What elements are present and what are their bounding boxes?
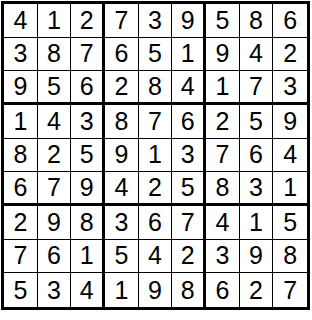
cell-r3c8[interactable]: 7	[240, 71, 274, 105]
cell-r4c7[interactable]: 2	[206, 105, 240, 139]
cell-r3c1[interactable]: 9	[4, 71, 38, 105]
cell-r3c7[interactable]: 1	[206, 71, 240, 105]
cell-r7c4[interactable]: 3	[105, 206, 139, 240]
cell-r1c8[interactable]: 8	[240, 4, 274, 38]
cell-r9c8[interactable]: 2	[240, 273, 274, 307]
cell-r5c4[interactable]: 9	[105, 139, 139, 173]
cell-r5c3[interactable]: 5	[71, 139, 105, 173]
cell-r6c3[interactable]: 9	[71, 172, 105, 206]
cell-r4c9[interactable]: 9	[273, 105, 307, 139]
cell-r8c2[interactable]: 6	[38, 240, 72, 274]
cell-r7c5[interactable]: 6	[139, 206, 173, 240]
cell-r1c9[interactable]: 6	[273, 4, 307, 38]
cell-r2c9[interactable]: 2	[273, 38, 307, 72]
cell-r6c2[interactable]: 7	[38, 172, 72, 206]
cell-r7c9[interactable]: 5	[273, 206, 307, 240]
cell-r6c4[interactable]: 4	[105, 172, 139, 206]
cell-r1c5[interactable]: 3	[139, 4, 173, 38]
cell-r5c6[interactable]: 3	[172, 139, 206, 173]
cell-r9c9[interactable]: 7	[273, 273, 307, 307]
cell-r8c7[interactable]: 3	[206, 240, 240, 274]
cell-r4c1[interactable]: 1	[4, 105, 38, 139]
cell-r5c1[interactable]: 8	[4, 139, 38, 173]
cell-r5c8[interactable]: 6	[240, 139, 274, 173]
cell-r2c7[interactable]: 9	[206, 38, 240, 72]
cell-r5c9[interactable]: 4	[273, 139, 307, 173]
cell-r5c7[interactable]: 7	[206, 139, 240, 173]
cell-r1c2[interactable]: 1	[38, 4, 72, 38]
cell-r1c7[interactable]: 5	[206, 4, 240, 38]
cell-r8c9[interactable]: 8	[273, 240, 307, 274]
cell-r4c8[interactable]: 5	[240, 105, 274, 139]
cell-r4c4[interactable]: 8	[105, 105, 139, 139]
cell-r9c2[interactable]: 3	[38, 273, 72, 307]
cell-r7c3[interactable]: 8	[71, 206, 105, 240]
cell-r5c2[interactable]: 2	[38, 139, 72, 173]
cell-r7c6[interactable]: 7	[172, 206, 206, 240]
cell-r6c6[interactable]: 5	[172, 172, 206, 206]
cell-r8c3[interactable]: 1	[71, 240, 105, 274]
cell-r9c4[interactable]: 1	[105, 273, 139, 307]
cell-r4c5[interactable]: 7	[139, 105, 173, 139]
cell-r3c6[interactable]: 4	[172, 71, 206, 105]
cell-r9c5[interactable]: 9	[139, 273, 173, 307]
cell-r4c2[interactable]: 4	[38, 105, 72, 139]
cell-r2c3[interactable]: 7	[71, 38, 105, 72]
cell-r3c3[interactable]: 6	[71, 71, 105, 105]
cell-r2c6[interactable]: 1	[172, 38, 206, 72]
cell-r3c4[interactable]: 2	[105, 71, 139, 105]
sudoku-board: 4127395863876519429562841731438762598259…	[1, 1, 310, 310]
cell-r6c8[interactable]: 3	[240, 172, 274, 206]
cell-r9c6[interactable]: 8	[172, 273, 206, 307]
cell-r3c9[interactable]: 3	[273, 71, 307, 105]
cell-r2c5[interactable]: 5	[139, 38, 173, 72]
cell-r7c8[interactable]: 1	[240, 206, 274, 240]
cell-r6c5[interactable]: 2	[139, 172, 173, 206]
cell-r6c7[interactable]: 8	[206, 172, 240, 206]
cell-r5c5[interactable]: 1	[139, 139, 173, 173]
cell-r8c5[interactable]: 4	[139, 240, 173, 274]
cell-r8c1[interactable]: 7	[4, 240, 38, 274]
cell-r8c4[interactable]: 5	[105, 240, 139, 274]
cell-r9c7[interactable]: 6	[206, 273, 240, 307]
cell-r1c6[interactable]: 9	[172, 4, 206, 38]
cell-r1c4[interactable]: 7	[105, 4, 139, 38]
cell-r7c2[interactable]: 9	[38, 206, 72, 240]
cell-r6c9[interactable]: 1	[273, 172, 307, 206]
cell-r2c8[interactable]: 4	[240, 38, 274, 72]
cell-r3c5[interactable]: 8	[139, 71, 173, 105]
cell-r8c6[interactable]: 2	[172, 240, 206, 274]
cell-r2c2[interactable]: 8	[38, 38, 72, 72]
cell-r4c3[interactable]: 3	[71, 105, 105, 139]
cell-r7c7[interactable]: 4	[206, 206, 240, 240]
cell-r2c4[interactable]: 6	[105, 38, 139, 72]
cell-r1c3[interactable]: 2	[71, 4, 105, 38]
cell-r2c1[interactable]: 3	[4, 38, 38, 72]
cell-r3c2[interactable]: 5	[38, 71, 72, 105]
cell-r6c1[interactable]: 6	[4, 172, 38, 206]
cell-r4c6[interactable]: 6	[172, 105, 206, 139]
cell-r8c8[interactable]: 9	[240, 240, 274, 274]
cell-r1c1[interactable]: 4	[4, 4, 38, 38]
cell-r9c1[interactable]: 5	[4, 273, 38, 307]
cell-r9c3[interactable]: 4	[71, 273, 105, 307]
cell-r7c1[interactable]: 2	[4, 206, 38, 240]
